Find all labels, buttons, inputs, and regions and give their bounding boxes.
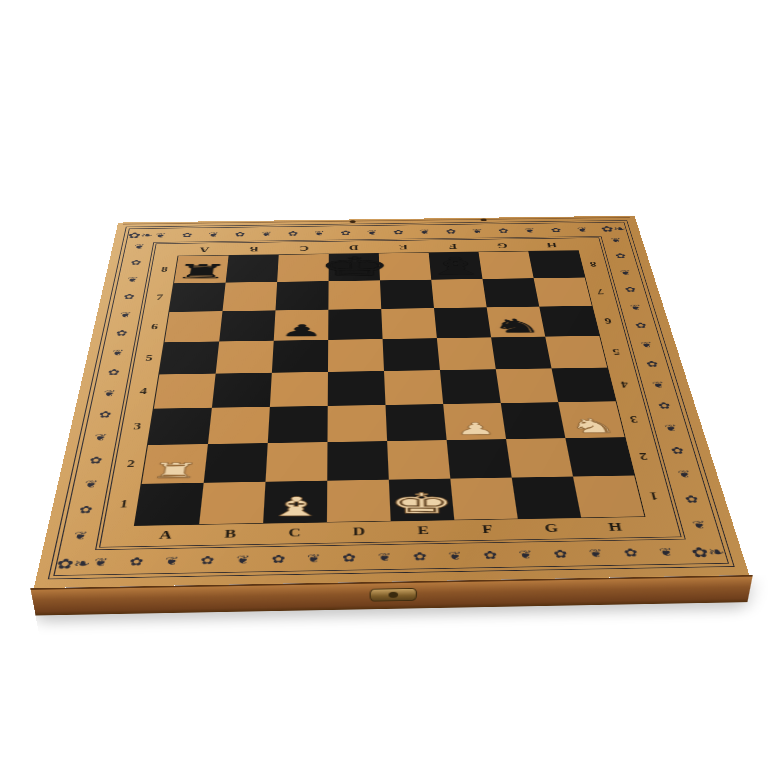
floral-corner-icon: ✿❧: [53, 551, 93, 576]
square-d3[interactable]: [327, 405, 387, 442]
board-grid: [135, 251, 644, 526]
square-c7[interactable]: [275, 281, 328, 310]
floral-corner-icon: ✿❧: [687, 540, 729, 565]
black-knight-icon: ♞: [490, 316, 544, 335]
square-c5[interactable]: [272, 340, 328, 373]
square-e1[interactable]: [389, 479, 454, 521]
file-label-bottom-c: C: [262, 522, 327, 543]
square-f3[interactable]: [443, 403, 506, 440]
piece-black-king-d8[interactable]: ♚: [329, 253, 380, 281]
square-b5[interactable]: [216, 341, 274, 374]
square-h6[interactable]: [539, 306, 599, 337]
square-f6[interactable]: [434, 307, 491, 338]
file-label-top-g: G: [477, 239, 529, 252]
square-b8[interactable]: [226, 255, 279, 283]
square-e6[interactable]: [381, 308, 437, 339]
square-e5[interactable]: [383, 338, 440, 371]
square-h7[interactable]: [534, 278, 592, 307]
file-label-bottom-h: H: [581, 516, 649, 537]
square-g7[interactable]: [482, 278, 539, 307]
square-b1[interactable]: [199, 482, 265, 524]
hinge-icon: [350, 220, 356, 223]
square-b2[interactable]: [204, 443, 268, 483]
board-side-edge: [30, 575, 753, 616]
photo-scene: ❦ ✿ ❦ ✿ ❦ ✿ ❦ ✿ ❦ ✿ ❦ ✿ ❦ ✿ ❦ ✿ ❦ ✿ ❦ ✿ …: [0, 0, 768, 768]
square-f7[interactable]: [431, 279, 486, 308]
square-h5[interactable]: [545, 336, 607, 369]
square-b7[interactable]: [222, 282, 277, 311]
piece-black-knight-g6[interactable]: ♞: [487, 307, 546, 338]
square-e7[interactable]: [380, 280, 434, 309]
floral-corner-icon: ✿❧: [599, 222, 629, 236]
square-f5[interactable]: [437, 337, 496, 370]
square-a2[interactable]: [142, 444, 208, 484]
square-h8[interactable]: [528, 251, 584, 279]
square-f4[interactable]: [440, 369, 501, 404]
floral-border-bottom: ❦ ✿ ❦ ✿ ❦ ✿ ❦ ✿ ❦ ✿ ❦ ✿ ❦ ✿ ❦ ✿ ❦ ✿ ❦ ✿ …: [92, 540, 692, 573]
file-label-top-f: F: [428, 240, 479, 253]
square-g1[interactable]: [512, 477, 581, 519]
piece-black-rook-a8[interactable]: ♜: [174, 256, 229, 284]
square-d4[interactable]: [328, 371, 386, 406]
square-d5[interactable]: [328, 339, 384, 372]
square-h3[interactable]: [558, 401, 624, 438]
file-label-top-a: A: [178, 243, 230, 256]
floral-corner-icon: ✿❧: [126, 228, 155, 242]
square-e4[interactable]: [384, 370, 443, 405]
black-king-icon: ♚: [317, 254, 392, 280]
square-a4[interactable]: [154, 374, 216, 409]
square-g4[interactable]: [496, 368, 558, 403]
file-label-top-h: H: [526, 239, 578, 252]
square-g3[interactable]: [501, 402, 566, 439]
square-a5[interactable]: [159, 341, 219, 374]
black-bishop-icon: ♝: [421, 254, 491, 278]
piece-black-pawn-c6[interactable]: ♟: [274, 310, 329, 341]
square-f1[interactable]: [450, 478, 517, 520]
piece-black-bishop-f8[interactable]: ♝: [429, 252, 483, 280]
square-c2[interactable]: [266, 442, 328, 482]
square-h1[interactable]: [573, 475, 644, 517]
square-g2[interactable]: [506, 438, 573, 477]
square-g5[interactable]: [491, 337, 551, 370]
square-d6[interactable]: [328, 309, 382, 340]
file-label-bottom-b: B: [197, 523, 263, 544]
square-c3[interactable]: [268, 406, 328, 443]
square-e3[interactable]: [386, 404, 447, 441]
square-b3[interactable]: [208, 407, 270, 444]
square-a6[interactable]: [165, 311, 223, 342]
square-b4[interactable]: [212, 373, 272, 408]
square-a7[interactable]: [169, 283, 225, 312]
file-label-bottom-f: F: [454, 519, 520, 540]
square-e2[interactable]: [387, 440, 450, 480]
file-label-bottom-d: D: [327, 521, 392, 542]
square-b6[interactable]: [219, 310, 275, 341]
file-label-bottom-a: A: [132, 524, 199, 545]
file-label-bottom-g: G: [518, 517, 585, 538]
square-c4[interactable]: [270, 372, 328, 407]
file-label-top-b: B: [229, 243, 280, 256]
square-a3[interactable]: [148, 408, 212, 445]
clasp-icon: [370, 588, 418, 602]
square-h2[interactable]: [565, 437, 634, 476]
square-d1[interactable]: [327, 480, 391, 522]
file-label-bottom-e: E: [391, 520, 457, 541]
square-f2[interactable]: [447, 439, 512, 478]
square-c1[interactable]: [263, 481, 327, 523]
square-d7[interactable]: [328, 280, 381, 309]
black-pawn-icon: ♟: [279, 322, 324, 338]
pieces-layer: ♜♚♝♟♞♜♝♚♟♞: [118, 216, 634, 223]
square-d2[interactable]: [327, 441, 389, 481]
black-rook-icon: ♜: [172, 262, 231, 281]
chess-board: ❦ ✿ ❦ ✿ ❦ ✿ ❦ ✿ ❦ ✿ ❦ ✿ ❦ ✿ ❦ ✿ ❦ ✿ ❦ ✿ …: [34, 216, 749, 588]
square-h4[interactable]: [552, 368, 616, 403]
square-a1[interactable]: [135, 483, 204, 526]
hinge-icon: [480, 219, 486, 222]
